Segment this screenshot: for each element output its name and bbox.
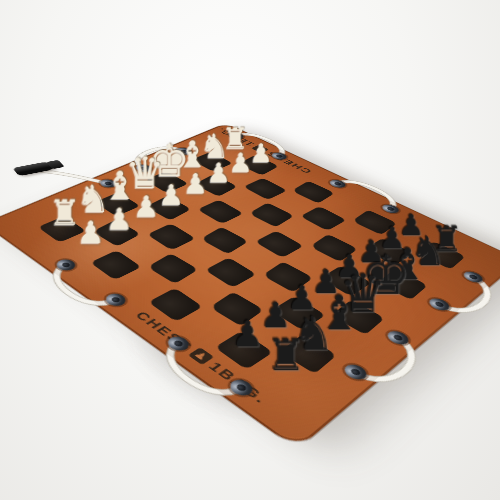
piece-bR-a8: ♜ (225, 334, 346, 377)
product-photo-scene: CHESS ♟ 1BAG. CHESS ♟ 1BAG. ♜♞♝♛♚♝♞♜♟♟♟♟… (0, 0, 500, 500)
piece-wP-a2: ♟ (41, 217, 142, 248)
